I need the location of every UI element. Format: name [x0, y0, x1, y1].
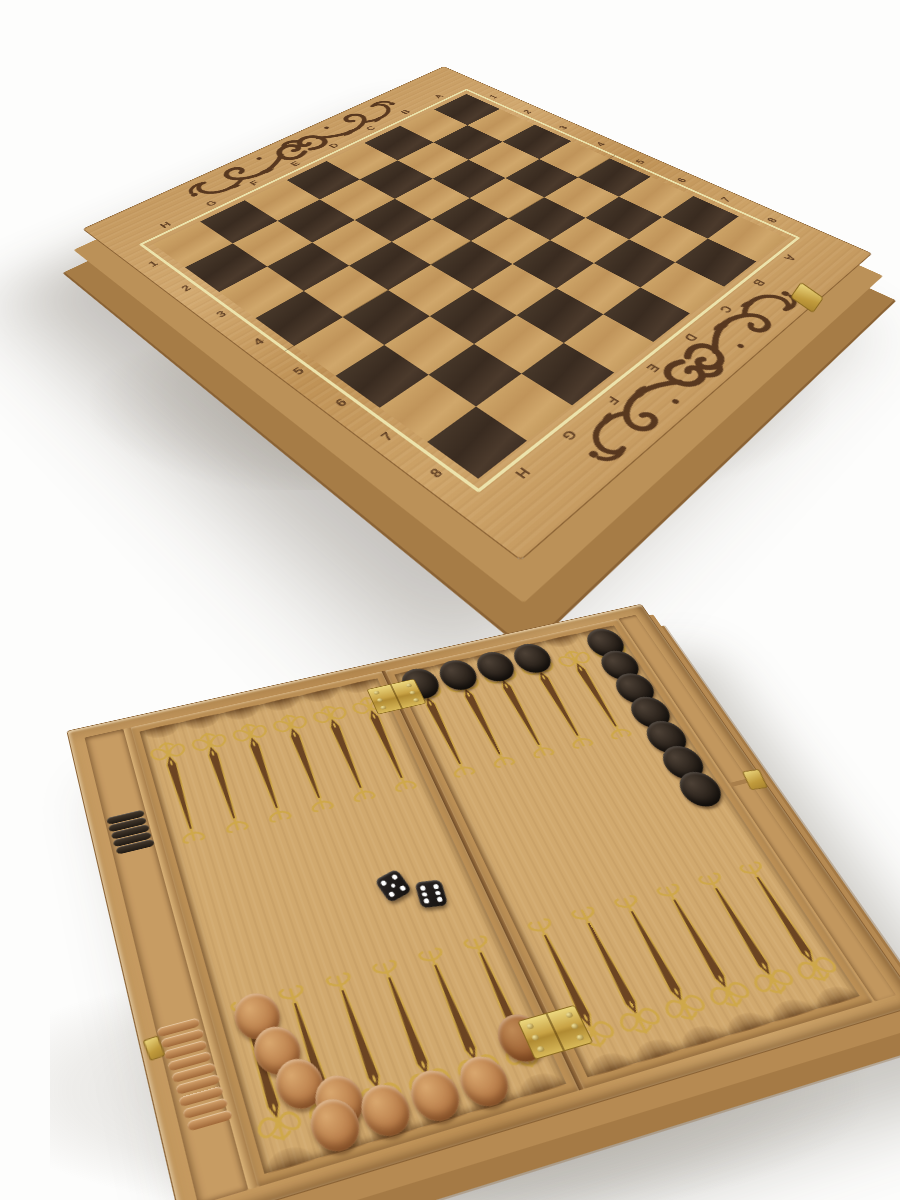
- hinge-screw: [406, 683, 413, 687]
- die-pip: [433, 884, 439, 889]
- coord-label-7: 7: [349, 410, 423, 463]
- hinge-screw: [373, 690, 380, 695]
- hinge-screw: [576, 1034, 585, 1041]
- product-photo-stage: 12345678 12345678 ABCDEFGH ABCDEFGH: [0, 0, 900, 1200]
- die-2-value-6[interactable]: [414, 880, 448, 909]
- hinge-screw: [409, 690, 416, 695]
- hinge-screw: [380, 705, 387, 710]
- cream-inlay-border-line: [139, 89, 801, 493]
- hinge-screw: [531, 1034, 540, 1041]
- hinge-screw: [526, 1023, 535, 1030]
- hinge-screw: [570, 1023, 579, 1030]
- hinge-screw: [565, 1012, 574, 1019]
- hinge-screw: [536, 1045, 545, 1052]
- hinge-screw: [377, 698, 384, 703]
- die-1-value-5[interactable]: [374, 869, 412, 904]
- hinge-screw: [413, 698, 420, 703]
- die-pip: [435, 890, 441, 895]
- backgammon-board-open-box[interactable]: [66, 604, 900, 1200]
- die-pip: [437, 897, 443, 902]
- chess-board-closed-box[interactable]: 12345678 12345678 ABCDEFGH ABCDEFGH: [82, 66, 872, 561]
